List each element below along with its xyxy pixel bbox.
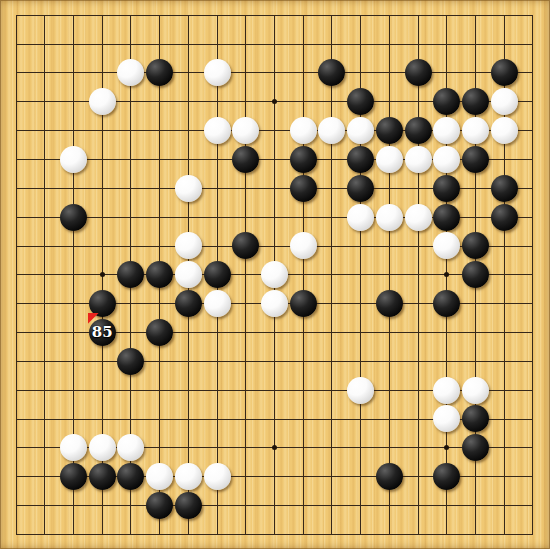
board-cell[interactable] (432, 260, 461, 289)
board-cell[interactable] (260, 433, 289, 462)
board-cell[interactable] (231, 1, 260, 30)
board-cell[interactable] (519, 347, 548, 376)
board-cell[interactable] (318, 1, 347, 30)
board-cell[interactable] (30, 347, 59, 376)
board-cell[interactable] (2, 203, 31, 232)
board-cell[interactable] (404, 203, 433, 232)
board-cell[interactable] (260, 232, 289, 261)
board-cell[interactable] (2, 433, 31, 462)
board-cell[interactable] (2, 30, 31, 59)
board-cell[interactable] (59, 145, 88, 174)
board-cell[interactable] (318, 116, 347, 145)
board-cell[interactable] (375, 87, 404, 116)
board-cell[interactable] (461, 433, 490, 462)
board-cell[interactable] (346, 232, 375, 261)
board-cell[interactable] (88, 376, 117, 405)
board-cell[interactable] (375, 174, 404, 203)
board-cell[interactable] (59, 174, 88, 203)
board-cell[interactable] (174, 174, 203, 203)
board-cell[interactable] (59, 87, 88, 116)
board-cell[interactable] (231, 404, 260, 433)
board-cell[interactable] (346, 145, 375, 174)
board-cell[interactable] (203, 1, 232, 30)
board-cell[interactable] (519, 433, 548, 462)
board-cell[interactable] (461, 491, 490, 520)
board-cell[interactable] (346, 203, 375, 232)
board-cell[interactable] (30, 520, 59, 549)
board-cell[interactable] (203, 318, 232, 347)
board-cell[interactable] (375, 491, 404, 520)
board-cell[interactable] (203, 433, 232, 462)
board-cell[interactable] (318, 260, 347, 289)
board-cell[interactable] (145, 87, 174, 116)
board-cell[interactable] (404, 520, 433, 549)
board-cell[interactable] (490, 116, 519, 145)
board-cell[interactable] (432, 404, 461, 433)
board-cell[interactable] (260, 289, 289, 318)
board-cell[interactable] (375, 520, 404, 549)
board-cell[interactable] (260, 404, 289, 433)
board-cell[interactable] (318, 520, 347, 549)
board-cell[interactable] (30, 232, 59, 261)
board-cell[interactable] (88, 116, 117, 145)
board-cell[interactable] (174, 462, 203, 491)
board-cell[interactable] (318, 347, 347, 376)
board-cell[interactable] (117, 116, 146, 145)
board-cell[interactable] (260, 462, 289, 491)
board-cell[interactable] (519, 462, 548, 491)
board-cell[interactable] (375, 376, 404, 405)
board-cell[interactable] (461, 318, 490, 347)
board-cell[interactable] (432, 145, 461, 174)
board-cell[interactable] (59, 203, 88, 232)
board-cell[interactable] (145, 347, 174, 376)
board-cell[interactable] (30, 318, 59, 347)
board-cell[interactable] (174, 433, 203, 462)
board-cell[interactable] (519, 203, 548, 232)
board-cell[interactable] (346, 520, 375, 549)
board-cell[interactable] (346, 30, 375, 59)
board-cell[interactable] (404, 289, 433, 318)
board-cell[interactable] (519, 491, 548, 520)
board-cell[interactable] (231, 433, 260, 462)
board-cell[interactable] (260, 87, 289, 116)
board-cell[interactable] (231, 260, 260, 289)
board-cell[interactable] (289, 116, 318, 145)
board-cell[interactable] (404, 145, 433, 174)
board-cell[interactable] (59, 520, 88, 549)
board-cell[interactable] (490, 30, 519, 59)
board-cell[interactable] (490, 1, 519, 30)
board-cell[interactable] (174, 145, 203, 174)
board-cell[interactable] (404, 87, 433, 116)
board-cell[interactable] (404, 318, 433, 347)
board-cell[interactable] (30, 376, 59, 405)
board-cell[interactable] (2, 260, 31, 289)
board-cell[interactable] (117, 203, 146, 232)
board-cell[interactable] (260, 1, 289, 30)
board-cell[interactable] (117, 289, 146, 318)
board-cell[interactable] (519, 376, 548, 405)
board-cell[interactable] (2, 174, 31, 203)
board-cell[interactable] (490, 376, 519, 405)
board-cell[interactable] (117, 462, 146, 491)
board-cell[interactable] (30, 30, 59, 59)
board-cell[interactable] (404, 116, 433, 145)
board-cell[interactable] (490, 289, 519, 318)
board-cell[interactable] (375, 462, 404, 491)
board-cell[interactable] (88, 30, 117, 59)
board-cell[interactable] (260, 30, 289, 59)
board-cell[interactable] (375, 59, 404, 88)
board-cell[interactable] (404, 433, 433, 462)
board-cell[interactable] (375, 145, 404, 174)
board-cell[interactable] (289, 289, 318, 318)
board-cell[interactable] (404, 1, 433, 30)
board-cell[interactable] (117, 30, 146, 59)
board-cell[interactable] (519, 1, 548, 30)
board-cell[interactable] (2, 404, 31, 433)
board-cell[interactable] (346, 491, 375, 520)
board-cell[interactable] (117, 174, 146, 203)
board-cell[interactable] (519, 520, 548, 549)
board-cell[interactable] (2, 376, 31, 405)
board-cell[interactable] (59, 1, 88, 30)
board-cell[interactable] (2, 87, 31, 116)
board-cell[interactable] (289, 260, 318, 289)
board-cell[interactable] (375, 433, 404, 462)
board-cell[interactable] (289, 520, 318, 549)
board-cell[interactable] (404, 462, 433, 491)
board-cell[interactable] (346, 87, 375, 116)
board-cell[interactable] (404, 174, 433, 203)
board-cell[interactable] (203, 30, 232, 59)
board-cell[interactable] (346, 289, 375, 318)
board-cell[interactable] (30, 404, 59, 433)
board-cell[interactable] (174, 116, 203, 145)
board-cell[interactable] (59, 260, 88, 289)
board-cell[interactable] (461, 59, 490, 88)
board-cell[interactable] (490, 232, 519, 261)
board-cell[interactable] (432, 87, 461, 116)
board-cell[interactable] (260, 520, 289, 549)
board-cell[interactable] (404, 232, 433, 261)
board-cell[interactable] (432, 433, 461, 462)
board-cell[interactable] (375, 30, 404, 59)
board-cell[interactable] (490, 433, 519, 462)
board-cell[interactable] (461, 116, 490, 145)
board-cell[interactable] (289, 404, 318, 433)
board-cell[interactable] (174, 404, 203, 433)
board-cell[interactable] (490, 59, 519, 88)
board-cell[interactable] (145, 404, 174, 433)
board-cell[interactable] (375, 232, 404, 261)
board-cell[interactable] (117, 87, 146, 116)
board-cell[interactable] (432, 491, 461, 520)
board-cell[interactable] (59, 433, 88, 462)
board-cell[interactable] (432, 462, 461, 491)
board-cell[interactable] (289, 376, 318, 405)
board-cell[interactable] (174, 491, 203, 520)
board-cell[interactable] (174, 260, 203, 289)
board-cell[interactable] (461, 1, 490, 30)
board-cell[interactable] (88, 87, 117, 116)
board-cell[interactable] (231, 376, 260, 405)
board-cell[interactable] (174, 203, 203, 232)
board-cell[interactable] (2, 318, 31, 347)
board-cell[interactable] (2, 462, 31, 491)
board-cell[interactable] (174, 1, 203, 30)
board-cell[interactable] (260, 491, 289, 520)
board-cell[interactable] (404, 59, 433, 88)
board-cell[interactable] (2, 59, 31, 88)
board-cell[interactable] (2, 1, 31, 30)
board-cell[interactable] (375, 116, 404, 145)
board-cell[interactable] (346, 318, 375, 347)
board-cell[interactable] (490, 203, 519, 232)
board-cell[interactable] (2, 116, 31, 145)
board-cell[interactable] (404, 404, 433, 433)
board-cell[interactable] (461, 145, 490, 174)
board-cell[interactable] (318, 289, 347, 318)
board-cell[interactable] (174, 376, 203, 405)
board-cell[interactable] (375, 347, 404, 376)
board-cell[interactable] (404, 30, 433, 59)
board-cell[interactable] (88, 203, 117, 232)
board-cell[interactable] (88, 491, 117, 520)
board-cell[interactable] (432, 1, 461, 30)
board-cell[interactable] (203, 203, 232, 232)
board-cell[interactable] (174, 87, 203, 116)
board-cell[interactable] (117, 520, 146, 549)
board-cell[interactable] (30, 87, 59, 116)
board-cell[interactable] (289, 87, 318, 116)
board-cell[interactable] (404, 347, 433, 376)
board-cell[interactable] (432, 318, 461, 347)
board-cell[interactable]: 85 (88, 318, 117, 347)
board-cell[interactable] (461, 174, 490, 203)
board-cell[interactable] (461, 520, 490, 549)
board-cell[interactable] (231, 145, 260, 174)
board-cell[interactable] (461, 260, 490, 289)
board-cell[interactable] (318, 232, 347, 261)
board-cell[interactable] (289, 318, 318, 347)
board-cell[interactable] (30, 59, 59, 88)
board-cell[interactable] (30, 260, 59, 289)
board-cell[interactable] (375, 1, 404, 30)
board-cell[interactable] (231, 491, 260, 520)
board-cell[interactable] (432, 347, 461, 376)
board-cell[interactable] (88, 174, 117, 203)
board-cell[interactable] (59, 347, 88, 376)
board-cell[interactable] (231, 347, 260, 376)
board-cell[interactable] (490, 462, 519, 491)
board-cell[interactable] (461, 289, 490, 318)
board-cell[interactable] (519, 232, 548, 261)
board-cell[interactable] (461, 232, 490, 261)
board-cell[interactable] (203, 59, 232, 88)
board-cell[interactable] (2, 232, 31, 261)
board-cell[interactable] (490, 145, 519, 174)
board-cell[interactable] (519, 145, 548, 174)
board-cell[interactable] (30, 1, 59, 30)
board-cell[interactable] (145, 376, 174, 405)
board-cell[interactable] (145, 433, 174, 462)
board-cell[interactable] (432, 174, 461, 203)
board-cell[interactable] (145, 260, 174, 289)
board-cell[interactable] (174, 289, 203, 318)
board-cell[interactable] (174, 318, 203, 347)
board-cell[interactable] (145, 59, 174, 88)
board-cell[interactable] (260, 59, 289, 88)
board-cell[interactable] (174, 232, 203, 261)
board-cell[interactable] (174, 59, 203, 88)
board-cell[interactable] (145, 116, 174, 145)
board-cell[interactable] (318, 376, 347, 405)
board-cell[interactable] (117, 376, 146, 405)
board-cell[interactable] (318, 59, 347, 88)
board-cell[interactable] (203, 289, 232, 318)
board-cell[interactable] (145, 520, 174, 549)
board-cell[interactable] (117, 404, 146, 433)
board-cell[interactable] (346, 347, 375, 376)
board-cell[interactable] (346, 260, 375, 289)
board-cell[interactable] (519, 116, 548, 145)
board-cell[interactable] (432, 289, 461, 318)
board-cell[interactable] (145, 491, 174, 520)
board-cell[interactable] (203, 174, 232, 203)
board-cell[interactable] (519, 30, 548, 59)
board-cell[interactable] (289, 30, 318, 59)
board-cell[interactable] (117, 433, 146, 462)
board-cell[interactable] (346, 433, 375, 462)
board-cell[interactable] (231, 174, 260, 203)
board-cell[interactable] (231, 203, 260, 232)
board-cell[interactable] (375, 289, 404, 318)
board-cell[interactable] (30, 116, 59, 145)
board-cell[interactable] (318, 30, 347, 59)
board-cell[interactable] (318, 404, 347, 433)
board-cell[interactable] (231, 30, 260, 59)
board-cell[interactable] (174, 30, 203, 59)
board-cell[interactable] (88, 145, 117, 174)
board-cell[interactable] (59, 232, 88, 261)
board-cell[interactable] (59, 289, 88, 318)
board-cell[interactable] (519, 318, 548, 347)
board-cell[interactable] (203, 376, 232, 405)
board-cell[interactable] (145, 289, 174, 318)
board-cell[interactable] (117, 491, 146, 520)
board-cell[interactable] (490, 520, 519, 549)
board-cell[interactable] (260, 347, 289, 376)
board-cell[interactable] (145, 232, 174, 261)
board-cell[interactable] (432, 116, 461, 145)
board-cell[interactable] (117, 1, 146, 30)
board-cell[interactable] (289, 433, 318, 462)
board-cell[interactable] (88, 520, 117, 549)
board-cell[interactable] (59, 116, 88, 145)
board-cell[interactable] (30, 433, 59, 462)
board-cell[interactable] (318, 491, 347, 520)
board-cell[interactable] (59, 462, 88, 491)
board-cell[interactable] (174, 520, 203, 549)
board-cell[interactable] (59, 30, 88, 59)
board-cell[interactable] (346, 174, 375, 203)
board-cell[interactable] (88, 462, 117, 491)
board-cell[interactable] (260, 174, 289, 203)
board-cell[interactable] (59, 318, 88, 347)
board-cell[interactable] (203, 462, 232, 491)
board-cell[interactable] (490, 87, 519, 116)
board-cell[interactable] (461, 203, 490, 232)
board-cell[interactable] (289, 232, 318, 261)
board-cell[interactable] (260, 203, 289, 232)
board-cell[interactable] (231, 232, 260, 261)
board-cell[interactable] (461, 462, 490, 491)
board-cell[interactable] (203, 116, 232, 145)
board-cell[interactable] (88, 347, 117, 376)
board-cell[interactable] (88, 59, 117, 88)
board-cell[interactable] (88, 433, 117, 462)
board-cell[interactable] (519, 260, 548, 289)
board-cell[interactable] (117, 145, 146, 174)
board-cell[interactable] (318, 174, 347, 203)
board-cell[interactable] (145, 1, 174, 30)
board-cell[interactable] (375, 318, 404, 347)
board-cell[interactable] (88, 1, 117, 30)
board-cell[interactable] (59, 59, 88, 88)
board-cell[interactable] (203, 491, 232, 520)
board-cell[interactable] (490, 318, 519, 347)
board-cell[interactable] (203, 347, 232, 376)
board-cell[interactable] (289, 59, 318, 88)
board-cell[interactable] (145, 318, 174, 347)
board-cell[interactable] (519, 289, 548, 318)
board-cell[interactable] (375, 260, 404, 289)
board-cell[interactable] (289, 1, 318, 30)
board-cell[interactable] (404, 260, 433, 289)
board-cell[interactable] (432, 203, 461, 232)
board-cell[interactable] (490, 260, 519, 289)
board-cell[interactable] (231, 462, 260, 491)
board-cell[interactable] (346, 462, 375, 491)
board-cell[interactable] (117, 260, 146, 289)
board-cell[interactable] (117, 59, 146, 88)
board-cell[interactable] (231, 520, 260, 549)
board-cell[interactable] (289, 491, 318, 520)
board-cell[interactable] (231, 318, 260, 347)
board-cell[interactable] (318, 318, 347, 347)
board-cell[interactable] (231, 87, 260, 116)
board-cell[interactable] (260, 318, 289, 347)
board-cell[interactable] (318, 145, 347, 174)
board-cell[interactable] (461, 404, 490, 433)
board-cell[interactable] (490, 491, 519, 520)
board-cell[interactable] (346, 376, 375, 405)
board-cell[interactable] (490, 404, 519, 433)
board-cell[interactable] (231, 59, 260, 88)
board-cell[interactable] (2, 145, 31, 174)
board-cell[interactable] (203, 520, 232, 549)
board-cell[interactable] (432, 520, 461, 549)
board-cell[interactable] (59, 404, 88, 433)
board-cell[interactable] (432, 30, 461, 59)
board-cell[interactable] (289, 347, 318, 376)
board-cell[interactable] (490, 347, 519, 376)
board-cell[interactable] (404, 491, 433, 520)
board-cell[interactable] (318, 462, 347, 491)
board-cell[interactable] (461, 347, 490, 376)
